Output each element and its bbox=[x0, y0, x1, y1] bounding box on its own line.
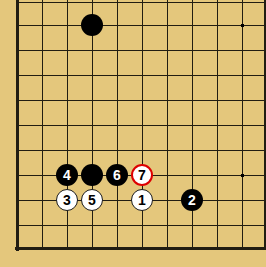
stone-black-H3: 2 bbox=[181, 189, 203, 211]
stone-move-number: 2 bbox=[188, 193, 196, 207]
stone-black-C4: 4 bbox=[56, 164, 78, 186]
stone-black-D10 bbox=[81, 14, 103, 36]
stones-layer: 4673512 bbox=[0, 0, 266, 267]
stone-move-number: 4 bbox=[63, 168, 71, 182]
stone-white-C3: 3 bbox=[56, 189, 78, 211]
stone-white-F3: 1 bbox=[131, 189, 153, 211]
stone-move-number: 3 bbox=[63, 193, 71, 207]
stone-move-number: 7 bbox=[138, 168, 146, 182]
stone-white-D3: 5 bbox=[81, 189, 103, 211]
go-board: 4673512 bbox=[0, 0, 266, 267]
stone-black-D4 bbox=[81, 164, 103, 186]
stone-move-number: 1 bbox=[138, 193, 146, 207]
stone-black-E4: 6 bbox=[106, 164, 128, 186]
stone-move-number: 5 bbox=[88, 193, 96, 207]
stone-move-number: 6 bbox=[113, 168, 121, 182]
stone-white-F4-last-move: 7 bbox=[131, 164, 153, 186]
